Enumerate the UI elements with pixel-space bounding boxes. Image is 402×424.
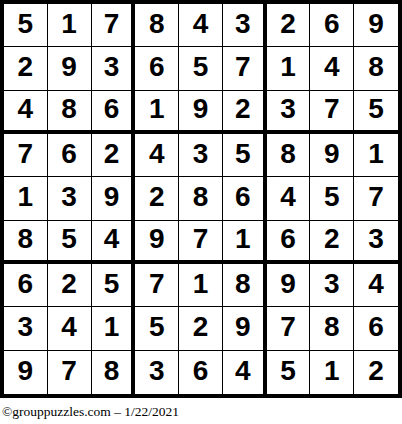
cell-r1c8: 6 <box>310 4 354 47</box>
cell-r5c3: 9 <box>92 177 136 220</box>
cell-r2c4: 6 <box>135 47 179 90</box>
cell-r6c6: 1 <box>223 221 267 264</box>
cell-r7c2: 2 <box>48 264 92 307</box>
cell-r2c6: 7 <box>223 47 267 90</box>
cell-r9c6: 4 <box>223 351 267 394</box>
cell-r7c6: 8 <box>223 264 267 307</box>
cell-r9c4: 3 <box>135 351 179 394</box>
cell-r2c5: 5 <box>179 47 223 90</box>
cell-r6c9: 3 <box>354 221 398 264</box>
cell-r5c4: 2 <box>135 177 179 220</box>
cell-r5c6: 6 <box>223 177 267 220</box>
cell-r1c3: 7 <box>92 4 136 47</box>
cell-r6c8: 2 <box>310 221 354 264</box>
cell-r7c3: 5 <box>92 264 136 307</box>
cell-r6c4: 9 <box>135 221 179 264</box>
cell-r4c2: 6 <box>48 134 92 177</box>
copyright-footer: ©grouppuzzles.com – 1/22/2021 <box>2 404 402 420</box>
cell-r2c2: 9 <box>48 47 92 90</box>
cell-r5c2: 3 <box>48 177 92 220</box>
cell-r9c5: 6 <box>179 351 223 394</box>
cell-r1c6: 3 <box>223 4 267 47</box>
cell-r5c1: 1 <box>4 177 48 220</box>
cell-r5c8: 5 <box>310 177 354 220</box>
cell-r4c3: 2 <box>92 134 136 177</box>
cell-r2c8: 4 <box>310 47 354 90</box>
cell-r3c4: 1 <box>135 91 179 134</box>
cell-r8c1: 3 <box>4 307 48 350</box>
cell-r8c5: 2 <box>179 307 223 350</box>
cell-r1c7: 2 <box>267 4 311 47</box>
cell-r2c3: 3 <box>92 47 136 90</box>
cell-r9c8: 1 <box>310 351 354 394</box>
cell-r4c8: 9 <box>310 134 354 177</box>
cell-r3c9: 5 <box>354 91 398 134</box>
cell-r1c1: 5 <box>4 4 48 47</box>
cell-r6c1: 8 <box>4 221 48 264</box>
cell-r8c8: 8 <box>310 307 354 350</box>
cell-r1c5: 4 <box>179 4 223 47</box>
cell-r1c9: 9 <box>354 4 398 47</box>
sudoku-board: 5178432692936571484861923757624358911392… <box>0 0 402 398</box>
cell-r7c5: 1 <box>179 264 223 307</box>
cell-r1c4: 8 <box>135 4 179 47</box>
cell-r1c2: 1 <box>48 4 92 47</box>
cell-r2c9: 8 <box>354 47 398 90</box>
cell-r4c1: 7 <box>4 134 48 177</box>
cell-r3c5: 9 <box>179 91 223 134</box>
cell-r9c2: 7 <box>48 351 92 394</box>
cell-r7c8: 3 <box>310 264 354 307</box>
cell-r8c7: 7 <box>267 307 311 350</box>
cell-r8c9: 6 <box>354 307 398 350</box>
cell-r7c7: 9 <box>267 264 311 307</box>
cell-r3c2: 8 <box>48 91 92 134</box>
cell-r6c5: 7 <box>179 221 223 264</box>
cell-r6c3: 4 <box>92 221 136 264</box>
cell-r7c9: 4 <box>354 264 398 307</box>
cell-r6c2: 5 <box>48 221 92 264</box>
cell-r9c9: 2 <box>354 351 398 394</box>
cell-r4c9: 1 <box>354 134 398 177</box>
cell-r8c3: 1 <box>92 307 136 350</box>
cell-r4c7: 8 <box>267 134 311 177</box>
cell-r8c2: 4 <box>48 307 92 350</box>
cell-r8c6: 9 <box>223 307 267 350</box>
cell-r9c7: 5 <box>267 351 311 394</box>
cell-r3c8: 7 <box>310 91 354 134</box>
cell-r9c3: 8 <box>92 351 136 394</box>
cell-r7c4: 7 <box>135 264 179 307</box>
cell-r5c7: 4 <box>267 177 311 220</box>
cell-r7c1: 6 <box>4 264 48 307</box>
cell-r5c9: 7 <box>354 177 398 220</box>
cell-r8c4: 5 <box>135 307 179 350</box>
cell-r4c5: 3 <box>179 134 223 177</box>
cell-r6c7: 6 <box>267 221 311 264</box>
cell-r5c5: 8 <box>179 177 223 220</box>
cell-r4c4: 4 <box>135 134 179 177</box>
cell-r2c7: 1 <box>267 47 311 90</box>
cell-r9c1: 9 <box>4 351 48 394</box>
cell-r3c1: 4 <box>4 91 48 134</box>
cell-r3c6: 2 <box>223 91 267 134</box>
cell-r2c1: 2 <box>4 47 48 90</box>
cell-r3c3: 6 <box>92 91 136 134</box>
cell-r4c6: 5 <box>223 134 267 177</box>
cell-r3c7: 3 <box>267 91 311 134</box>
